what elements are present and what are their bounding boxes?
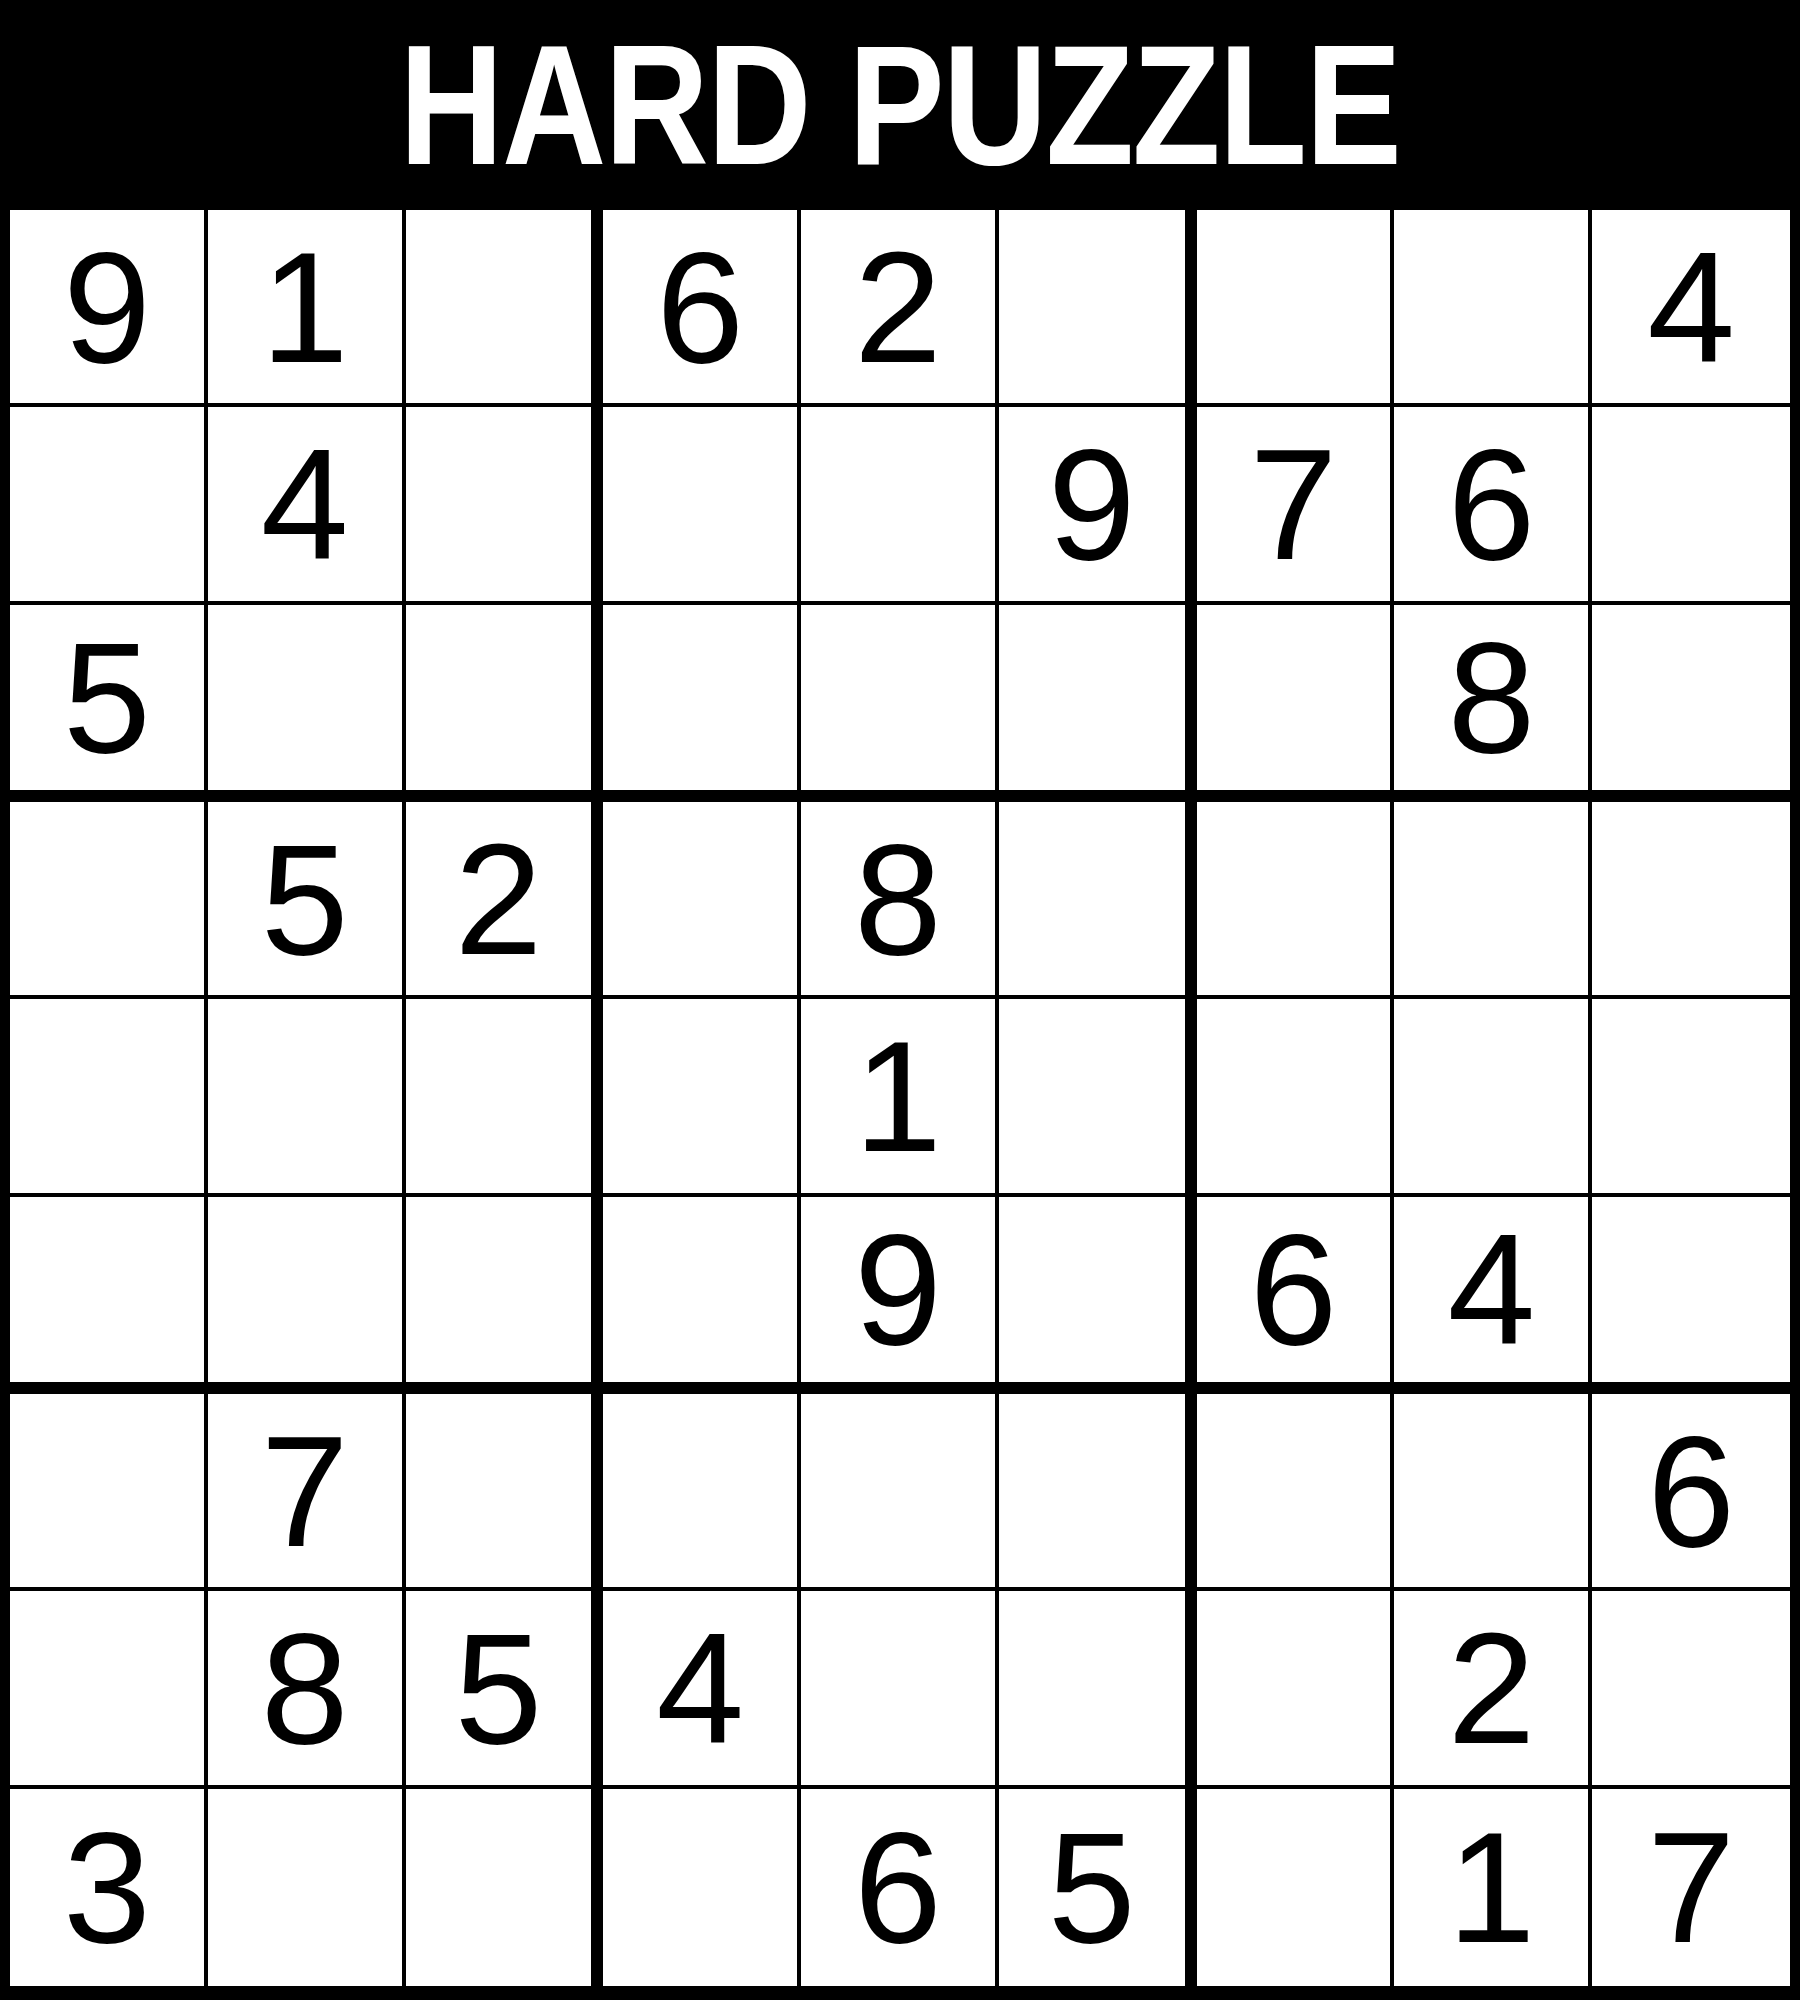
cell-r9c6: 5 bbox=[999, 1789, 1197, 1986]
cell-r1c7[interactable] bbox=[1197, 210, 1395, 407]
cell-r4c2: 5 bbox=[208, 802, 406, 999]
cell-r3c9[interactable] bbox=[1592, 605, 1790, 802]
cell-r6c4[interactable] bbox=[603, 1197, 801, 1394]
cell-r2c8: 6 bbox=[1394, 407, 1592, 604]
given-digit: 2 bbox=[854, 228, 942, 386]
given-digit: 9 bbox=[63, 228, 151, 386]
cell-r7c4[interactable] bbox=[603, 1394, 801, 1591]
given-digit: 4 bbox=[656, 1609, 744, 1767]
cell-r4c7[interactable] bbox=[1197, 802, 1395, 999]
given-digit: 4 bbox=[261, 425, 349, 583]
cell-r6c6[interactable] bbox=[999, 1197, 1197, 1394]
cell-r1c2: 1 bbox=[208, 210, 406, 407]
given-digit: 3 bbox=[63, 1808, 151, 1966]
cell-r9c8: 1 bbox=[1394, 1789, 1592, 1986]
cell-r8c5[interactable] bbox=[801, 1591, 999, 1788]
cell-r4c1[interactable] bbox=[10, 802, 208, 999]
cell-r2c2: 4 bbox=[208, 407, 406, 604]
given-digit: 8 bbox=[1447, 618, 1535, 776]
cell-r7c1[interactable] bbox=[10, 1394, 208, 1591]
cell-r8c8: 2 bbox=[1394, 1591, 1592, 1788]
cell-r8c9[interactable] bbox=[1592, 1591, 1790, 1788]
cell-r1c6[interactable] bbox=[999, 210, 1197, 407]
cell-r3c5[interactable] bbox=[801, 605, 999, 802]
given-digit: 5 bbox=[261, 820, 349, 978]
given-digit: 1 bbox=[854, 1017, 942, 1175]
given-digit: 1 bbox=[261, 228, 349, 386]
given-digit: 6 bbox=[1250, 1210, 1338, 1368]
given-digit: 6 bbox=[656, 228, 744, 386]
cell-r7c3[interactable] bbox=[406, 1394, 604, 1591]
cell-r7c8[interactable] bbox=[1394, 1394, 1592, 1591]
cell-r7c5[interactable] bbox=[801, 1394, 999, 1591]
cell-r2c3[interactable] bbox=[406, 407, 604, 604]
cell-r2c7: 7 bbox=[1197, 407, 1395, 604]
cell-r4c4[interactable] bbox=[603, 802, 801, 999]
cell-r9c7[interactable] bbox=[1197, 1789, 1395, 1986]
cell-r3c6[interactable] bbox=[999, 605, 1197, 802]
cell-r6c1[interactable] bbox=[10, 1197, 208, 1394]
cell-r5c8[interactable] bbox=[1394, 999, 1592, 1196]
cell-r1c5: 2 bbox=[801, 210, 999, 407]
cell-r9c3[interactable] bbox=[406, 1789, 604, 1986]
cell-r8c7[interactable] bbox=[1197, 1591, 1395, 1788]
cell-r8c4: 4 bbox=[603, 1591, 801, 1788]
cell-r8c2: 8 bbox=[208, 1591, 406, 1788]
cell-r7c6[interactable] bbox=[999, 1394, 1197, 1591]
cell-r1c1: 9 bbox=[10, 210, 208, 407]
cell-r3c3[interactable] bbox=[406, 605, 604, 802]
given-digit: 6 bbox=[1447, 425, 1535, 583]
cell-r1c9: 4 bbox=[1592, 210, 1790, 407]
cell-r3c8: 8 bbox=[1394, 605, 1592, 802]
cell-r6c7: 6 bbox=[1197, 1197, 1395, 1394]
cell-r9c2[interactable] bbox=[208, 1789, 406, 1986]
sudoku-board: 91624497658528196476854236517 bbox=[0, 210, 1800, 2000]
cell-r2c5[interactable] bbox=[801, 407, 999, 604]
cell-r5c9[interactable] bbox=[1592, 999, 1790, 1196]
given-digit: 9 bbox=[1048, 425, 1136, 583]
cell-r7c9: 6 bbox=[1592, 1394, 1790, 1591]
cell-r3c4[interactable] bbox=[603, 605, 801, 802]
cell-r4c5: 8 bbox=[801, 802, 999, 999]
cell-r5c6[interactable] bbox=[999, 999, 1197, 1196]
cell-r3c1: 5 bbox=[10, 605, 208, 802]
cell-r6c9[interactable] bbox=[1592, 1197, 1790, 1394]
cell-r9c5: 6 bbox=[801, 1789, 999, 1986]
cell-r5c2[interactable] bbox=[208, 999, 406, 1196]
given-digit: 8 bbox=[854, 820, 942, 978]
title-banner: HARD PUZZLE bbox=[0, 0, 1800, 210]
given-digit: 5 bbox=[1048, 1808, 1136, 1966]
cell-r4c8[interactable] bbox=[1394, 802, 1592, 999]
cell-r1c3[interactable] bbox=[406, 210, 604, 407]
given-digit: 7 bbox=[1647, 1808, 1735, 1966]
cell-r3c7[interactable] bbox=[1197, 605, 1395, 802]
cell-r6c3[interactable] bbox=[406, 1197, 604, 1394]
cell-r2c1[interactable] bbox=[10, 407, 208, 604]
given-digit: 2 bbox=[1447, 1609, 1535, 1767]
cell-r9c4[interactable] bbox=[603, 1789, 801, 1986]
cell-r6c5: 9 bbox=[801, 1197, 999, 1394]
cell-r5c1[interactable] bbox=[10, 999, 208, 1196]
given-digit: 6 bbox=[1647, 1412, 1735, 1570]
cell-r8c6[interactable] bbox=[999, 1591, 1197, 1788]
cell-r2c4[interactable] bbox=[603, 407, 801, 604]
cell-r7c7[interactable] bbox=[1197, 1394, 1395, 1591]
puzzle-title: HARD PUZZLE bbox=[400, 20, 1401, 190]
given-digit: 2 bbox=[455, 820, 543, 978]
given-digit: 9 bbox=[854, 1210, 942, 1368]
cell-r7c2: 7 bbox=[208, 1394, 406, 1591]
cell-r4c6[interactable] bbox=[999, 802, 1197, 999]
cell-r9c9: 7 bbox=[1592, 1789, 1790, 1986]
given-digit: 6 bbox=[854, 1808, 942, 1966]
sudoku-page: HARD PUZZLE 9162449765852819647685423651… bbox=[0, 0, 1800, 2000]
cell-r3c2[interactable] bbox=[208, 605, 406, 802]
cell-r5c5: 1 bbox=[801, 999, 999, 1196]
given-digit: 5 bbox=[63, 618, 151, 776]
cell-r2c9[interactable] bbox=[1592, 407, 1790, 604]
given-digit: 7 bbox=[1250, 425, 1338, 583]
given-digit: 5 bbox=[455, 1609, 543, 1767]
cell-r2c6: 9 bbox=[999, 407, 1197, 604]
cell-r1c4: 6 bbox=[603, 210, 801, 407]
given-digit: 4 bbox=[1647, 228, 1735, 386]
cell-r6c2[interactable] bbox=[208, 1197, 406, 1394]
cell-r6c8: 4 bbox=[1394, 1197, 1592, 1394]
cell-r4c9[interactable] bbox=[1592, 802, 1790, 999]
cell-r1c8[interactable] bbox=[1394, 210, 1592, 407]
cell-r5c7[interactable] bbox=[1197, 999, 1395, 1196]
cell-r5c3[interactable] bbox=[406, 999, 604, 1196]
cell-r8c3: 5 bbox=[406, 1591, 604, 1788]
cell-r9c1: 3 bbox=[10, 1789, 208, 1986]
cell-r5c4[interactable] bbox=[603, 999, 801, 1196]
given-digit: 4 bbox=[1447, 1210, 1535, 1368]
given-digit: 7 bbox=[261, 1412, 349, 1570]
cell-r8c1[interactable] bbox=[10, 1591, 208, 1788]
given-digit: 1 bbox=[1447, 1808, 1535, 1966]
cell-r4c3: 2 bbox=[406, 802, 604, 999]
given-digit: 8 bbox=[261, 1609, 349, 1767]
